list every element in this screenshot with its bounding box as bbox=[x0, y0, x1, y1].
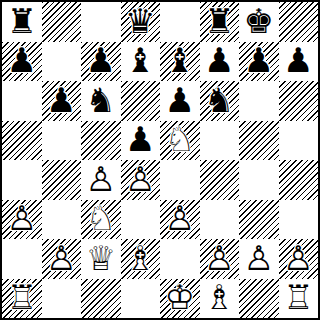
square-h7[interactable]: ♟ bbox=[279, 42, 319, 82]
square-g2[interactable]: ♟♙ bbox=[239, 239, 279, 279]
square-h4[interactable] bbox=[279, 160, 319, 200]
piece-white-rook: ♜♖ bbox=[279, 279, 319, 319]
chess-diagram: ♜♛♜♚♟♟♝♝♟♟♟♟♞♟♞♟♞♘♟♙♟♙♟♙♞♘♟♙♟♙♛♕♝♗♟♙♟♙♟♙… bbox=[0, 0, 320, 320]
piece-black-pawn: ♟ bbox=[2, 42, 42, 82]
square-b4[interactable] bbox=[42, 160, 82, 200]
square-f8[interactable]: ♜ bbox=[200, 2, 240, 42]
piece-white-pawn: ♟♙ bbox=[81, 160, 121, 200]
square-g7[interactable]: ♟ bbox=[239, 42, 279, 82]
square-f1[interactable]: ♝♗ bbox=[200, 279, 240, 319]
square-g3[interactable] bbox=[239, 200, 279, 240]
piece-white-knight: ♞♘ bbox=[160, 121, 200, 161]
piece-white-pawn: ♟♙ bbox=[160, 200, 200, 240]
piece-black-bishop: ♝ bbox=[160, 42, 200, 82]
square-f4[interactable] bbox=[200, 160, 240, 200]
square-d5[interactable]: ♟ bbox=[121, 121, 161, 161]
piece-black-bishop: ♝ bbox=[121, 42, 161, 82]
square-h5[interactable] bbox=[279, 121, 319, 161]
square-h2[interactable]: ♟♙ bbox=[279, 239, 319, 279]
square-b1[interactable] bbox=[42, 279, 82, 319]
square-f2[interactable]: ♟♙ bbox=[200, 239, 240, 279]
square-f7[interactable]: ♟ bbox=[200, 42, 240, 82]
square-c4[interactable]: ♟♙ bbox=[81, 160, 121, 200]
square-f3[interactable] bbox=[200, 200, 240, 240]
square-h1[interactable]: ♜♖ bbox=[279, 279, 319, 319]
square-c7[interactable]: ♟ bbox=[81, 42, 121, 82]
piece-white-pawn: ♟♙ bbox=[279, 239, 319, 279]
square-e7[interactable]: ♝ bbox=[160, 42, 200, 82]
piece-black-pawn: ♟ bbox=[239, 42, 279, 82]
square-a8[interactable]: ♜ bbox=[2, 2, 42, 42]
square-d1[interactable] bbox=[121, 279, 161, 319]
square-e4[interactable] bbox=[160, 160, 200, 200]
piece-black-pawn: ♟ bbox=[160, 81, 200, 121]
piece-black-queen: ♛ bbox=[121, 2, 161, 42]
square-a1[interactable]: ♜♖ bbox=[2, 279, 42, 319]
square-b6[interactable]: ♟ bbox=[42, 81, 82, 121]
square-c6[interactable]: ♞ bbox=[81, 81, 121, 121]
piece-white-pawn: ♟♙ bbox=[200, 239, 240, 279]
square-c1[interactable] bbox=[81, 279, 121, 319]
square-g6[interactable] bbox=[239, 81, 279, 121]
piece-white-pawn: ♟♙ bbox=[42, 239, 82, 279]
square-a4[interactable] bbox=[2, 160, 42, 200]
square-g4[interactable] bbox=[239, 160, 279, 200]
piece-white-knight: ♞♘ bbox=[81, 200, 121, 240]
piece-black-rook: ♜ bbox=[200, 2, 240, 42]
piece-black-pawn: ♟ bbox=[81, 42, 121, 82]
square-e5[interactable]: ♞♘ bbox=[160, 121, 200, 161]
piece-black-knight: ♞ bbox=[200, 81, 240, 121]
square-g5[interactable] bbox=[239, 121, 279, 161]
square-h6[interactable] bbox=[279, 81, 319, 121]
piece-black-pawn: ♟ bbox=[42, 81, 82, 121]
piece-white-pawn: ♟♙ bbox=[121, 160, 161, 200]
piece-white-pawn: ♟♙ bbox=[239, 239, 279, 279]
square-b8[interactable] bbox=[42, 2, 82, 42]
square-d7[interactable]: ♝ bbox=[121, 42, 161, 82]
square-f5[interactable] bbox=[200, 121, 240, 161]
square-a5[interactable] bbox=[2, 121, 42, 161]
square-d4[interactable]: ♟♙ bbox=[121, 160, 161, 200]
square-e6[interactable]: ♟ bbox=[160, 81, 200, 121]
square-a7[interactable]: ♟ bbox=[2, 42, 42, 82]
square-b2[interactable]: ♟♙ bbox=[42, 239, 82, 279]
square-c5[interactable] bbox=[81, 121, 121, 161]
square-b5[interactable] bbox=[42, 121, 82, 161]
square-c3[interactable]: ♞♘ bbox=[81, 200, 121, 240]
square-b7[interactable] bbox=[42, 42, 82, 82]
square-d3[interactable] bbox=[121, 200, 161, 240]
piece-black-knight: ♞ bbox=[81, 81, 121, 121]
square-d6[interactable] bbox=[121, 81, 161, 121]
square-c2[interactable]: ♛♕ bbox=[81, 239, 121, 279]
piece-white-queen: ♛♕ bbox=[81, 239, 121, 279]
square-e8[interactable] bbox=[160, 2, 200, 42]
square-c8[interactable] bbox=[81, 2, 121, 42]
piece-white-bishop: ♝♗ bbox=[200, 279, 240, 319]
square-a6[interactable] bbox=[2, 81, 42, 121]
square-e3[interactable]: ♟♙ bbox=[160, 200, 200, 240]
square-g1[interactable] bbox=[239, 279, 279, 319]
square-h3[interactable] bbox=[279, 200, 319, 240]
square-a2[interactable] bbox=[2, 239, 42, 279]
square-e1[interactable]: ♚♔ bbox=[160, 279, 200, 319]
piece-black-pawn: ♟ bbox=[121, 121, 161, 161]
square-e2[interactable] bbox=[160, 239, 200, 279]
piece-black-rook: ♜ bbox=[2, 2, 42, 42]
square-h8[interactable] bbox=[279, 2, 319, 42]
piece-white-bishop: ♝♗ bbox=[121, 239, 161, 279]
square-d2[interactable]: ♝♗ bbox=[121, 239, 161, 279]
square-g8[interactable]: ♚ bbox=[239, 2, 279, 42]
piece-black-king: ♚ bbox=[239, 2, 279, 42]
piece-black-pawn: ♟ bbox=[279, 42, 319, 82]
square-a3[interactable]: ♟♙ bbox=[2, 200, 42, 240]
piece-black-pawn: ♟ bbox=[200, 42, 240, 82]
chess-board: ♜♛♜♚♟♟♝♝♟♟♟♟♞♟♞♟♞♘♟♙♟♙♟♙♞♘♟♙♟♙♛♕♝♗♟♙♟♙♟♙… bbox=[0, 0, 320, 320]
square-d8[interactable]: ♛ bbox=[121, 2, 161, 42]
square-f6[interactable]: ♞ bbox=[200, 81, 240, 121]
square-b3[interactable] bbox=[42, 200, 82, 240]
piece-white-king: ♚♔ bbox=[160, 279, 200, 319]
piece-white-rook: ♜♖ bbox=[2, 279, 42, 319]
piece-white-pawn: ♟♙ bbox=[2, 200, 42, 240]
